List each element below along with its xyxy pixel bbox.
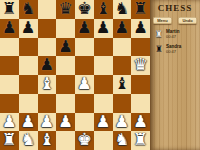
square-g5[interactable]	[113, 56, 132, 75]
square-f6[interactable]	[94, 38, 113, 57]
piece-black-knight: ♞	[21, 0, 36, 19]
square-e5[interactable]	[75, 56, 94, 75]
square-g6[interactable]	[113, 38, 132, 57]
sidebar: CHESS Menu Undo ♜ Martin 00:47 ♜ Sandra …	[150, 0, 200, 150]
square-c7[interactable]	[38, 19, 57, 38]
square-c2[interactable]: ♟	[38, 113, 57, 132]
player-white-clock: 00:47	[166, 34, 180, 39]
black-rook-icon: ♜	[154, 44, 164, 55]
square-a1[interactable]: ♜	[0, 131, 19, 150]
square-e8[interactable]: ♚	[75, 0, 94, 19]
square-d5[interactable]	[56, 56, 75, 75]
square-g8[interactable]: ♞	[113, 0, 132, 19]
square-a4[interactable]	[0, 75, 19, 94]
square-d8[interactable]: ♛	[56, 0, 75, 19]
square-d1[interactable]	[56, 131, 75, 150]
chess-board: ♜♞♛♚♝♞♜♟♟♟♟♟♟♟♟♛♝♟♝♟♟♟♟♟♟♟♜♞♝♚♞♜	[0, 0, 150, 150]
piece-white-queen: ♛	[133, 56, 148, 75]
piece-white-rook: ♜	[2, 131, 17, 150]
square-b2[interactable]: ♟	[19, 113, 38, 132]
square-e4[interactable]: ♟	[75, 75, 94, 94]
app-title: CHESS	[150, 3, 200, 13]
square-d6[interactable]: ♟	[56, 38, 75, 57]
square-g2[interactable]: ♟	[113, 113, 132, 132]
piece-white-pawn: ♟	[58, 113, 73, 132]
square-e1[interactable]: ♚	[75, 131, 94, 150]
square-f2[interactable]: ♟	[94, 113, 113, 132]
piece-white-pawn: ♟	[96, 113, 111, 132]
square-f7[interactable]: ♟	[94, 19, 113, 38]
square-b3[interactable]	[19, 94, 38, 113]
square-b1[interactable]: ♞	[19, 131, 38, 150]
player-black-clock: 00:47	[166, 49, 181, 54]
piece-black-rook: ♜	[133, 0, 148, 19]
square-h7[interactable]: ♟	[131, 19, 150, 38]
square-d3[interactable]	[56, 94, 75, 113]
square-d4[interactable]	[56, 75, 75, 94]
square-f4[interactable]	[94, 75, 113, 94]
piece-white-pawn: ♟	[39, 113, 54, 132]
square-a2[interactable]: ♟	[0, 113, 19, 132]
piece-white-pawn: ♟	[133, 113, 148, 132]
player-white: ♜ Martin 00:47	[154, 28, 200, 40]
square-a6[interactable]	[0, 38, 19, 57]
square-f3[interactable]	[94, 94, 113, 113]
piece-white-knight: ♞	[114, 131, 129, 150]
piece-black-pawn: ♟	[77, 19, 92, 38]
square-h1[interactable]: ♜	[131, 131, 150, 150]
piece-black-pawn: ♟	[39, 56, 54, 75]
piece-white-knight: ♞	[21, 131, 36, 150]
piece-black-pawn: ♟	[96, 19, 111, 38]
piece-white-bishop: ♝	[39, 131, 54, 150]
piece-white-rook: ♜	[133, 131, 148, 150]
piece-black-pawn: ♟	[2, 19, 17, 38]
piece-white-bishop: ♝	[39, 75, 54, 94]
square-a5[interactable]	[0, 56, 19, 75]
square-b8[interactable]: ♞	[19, 0, 38, 19]
piece-white-pawn: ♟	[21, 113, 36, 132]
square-h2[interactable]: ♟	[131, 113, 150, 132]
square-a7[interactable]: ♟	[0, 19, 19, 38]
square-c5[interactable]: ♟	[38, 56, 57, 75]
undo-button[interactable]: Undo	[178, 17, 197, 24]
piece-black-pawn: ♟	[114, 19, 129, 38]
square-a8[interactable]: ♜	[0, 0, 19, 19]
square-c8[interactable]	[38, 0, 57, 19]
square-h8[interactable]: ♜	[131, 0, 150, 19]
square-f1[interactable]	[94, 131, 113, 150]
square-b6[interactable]	[19, 38, 38, 57]
toolbar: Menu Undo	[150, 17, 200, 24]
square-d2[interactable]: ♟	[56, 113, 75, 132]
square-c1[interactable]: ♝	[38, 131, 57, 150]
square-e2[interactable]	[75, 113, 94, 132]
square-f8[interactable]: ♝	[94, 0, 113, 19]
piece-black-pawn: ♟	[58, 38, 73, 57]
piece-black-king: ♚	[77, 0, 92, 19]
piece-black-knight: ♞	[114, 0, 129, 19]
square-b5[interactable]	[19, 56, 38, 75]
piece-black-queen: ♛	[58, 0, 73, 19]
piece-white-king: ♚	[77, 131, 92, 150]
white-rook-icon: ♜	[154, 29, 164, 40]
menu-button[interactable]: Menu	[153, 17, 172, 24]
square-b4[interactable]	[19, 75, 38, 94]
piece-black-bishop: ♝	[96, 0, 111, 19]
piece-black-rook: ♜	[2, 0, 17, 19]
square-c6[interactable]	[38, 38, 57, 57]
square-c3[interactable]	[38, 94, 57, 113]
square-g3[interactable]	[113, 94, 132, 113]
square-e6[interactable]	[75, 38, 94, 57]
square-f5[interactable]	[94, 56, 113, 75]
square-g4[interactable]: ♝	[113, 75, 132, 94]
square-c4[interactable]: ♝	[38, 75, 57, 94]
player-list: ♜ Martin 00:47 ♜ Sandra 00:47	[150, 28, 200, 55]
square-h5[interactable]: ♛	[131, 56, 150, 75]
square-g7[interactable]: ♟	[113, 19, 132, 38]
player-black: ♜ Sandra 00:47	[154, 43, 200, 55]
square-h3[interactable]	[131, 94, 150, 113]
square-e7[interactable]: ♟	[75, 19, 94, 38]
square-h4[interactable]	[131, 75, 150, 94]
piece-white-pawn: ♟	[2, 113, 17, 132]
square-e3[interactable]	[75, 94, 94, 113]
piece-black-pawn: ♟	[21, 19, 36, 38]
square-b7[interactable]: ♟	[19, 19, 38, 38]
piece-white-pawn: ♟	[114, 113, 129, 132]
piece-black-bishop: ♝	[114, 75, 129, 94]
square-g1[interactable]: ♞	[113, 131, 132, 150]
piece-white-pawn: ♟	[77, 75, 92, 94]
piece-black-pawn: ♟	[133, 19, 148, 38]
square-h6[interactable]	[131, 38, 150, 57]
square-a3[interactable]	[0, 94, 19, 113]
square-d7[interactable]	[56, 19, 75, 38]
